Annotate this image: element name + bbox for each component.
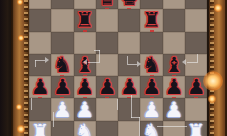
square-a5[interactable] <box>29 54 51 76</box>
square-e8[interactable]: ♚ <box>118 0 140 9</box>
square-a2[interactable]: ♜ <box>29 121 51 136</box>
square-e4[interactable]: ♟ <box>118 76 140 98</box>
square-f3[interactable]: ♟ <box>140 98 162 120</box>
square-h6[interactable] <box>185 32 207 54</box>
square-e2[interactable] <box>118 121 140 136</box>
square-e5[interactable] <box>118 54 140 76</box>
square-e3[interactable] <box>118 98 140 120</box>
square-d4[interactable]: ♟ <box>96 76 118 98</box>
white-pawn[interactable]: ♟ <box>142 99 161 121</box>
black-pawn[interactable]: ♟ <box>53 76 72 98</box>
black-king[interactable]: ♚ <box>120 0 139 9</box>
square-d5[interactable] <box>96 54 118 76</box>
black-pawn[interactable]: ♟ <box>31 76 50 98</box>
black-rook[interactable]: ♜ <box>142 9 161 31</box>
square-a7[interactable] <box>29 9 51 31</box>
square-f2[interactable]: ♞ <box>140 121 162 136</box>
white-pawn[interactable]: ♟ <box>53 99 72 121</box>
square-b8[interactable] <box>51 0 73 9</box>
black-pawn[interactable]: ♟ <box>120 76 139 98</box>
square-h4[interactable]: ♟ <box>185 76 207 98</box>
white-pawn[interactable]: ♟ <box>165 99 184 121</box>
square-b6[interactable] <box>51 32 73 54</box>
square-b4[interactable]: ♟ <box>51 76 73 98</box>
black-knight[interactable]: ♞ <box>53 54 72 76</box>
square-h3[interactable] <box>185 98 207 120</box>
black-knight[interactable]: ♞ <box>142 54 161 76</box>
square-a6[interactable] <box>29 32 51 54</box>
square-f7[interactable]: ♜ <box>140 9 162 31</box>
square-g3[interactable]: ♟ <box>163 98 185 120</box>
black-bishop[interactable]: ♝ <box>75 54 94 76</box>
black-rook[interactable]: ♜ <box>75 9 94 31</box>
square-g4[interactable]: ♟ <box>163 76 185 98</box>
white-rook[interactable]: ♜ <box>31 121 50 136</box>
background-edge <box>0 0 11 136</box>
square-f4[interactable]: ♟ <box>140 76 162 98</box>
square-f6[interactable] <box>140 32 162 54</box>
board-frame-left <box>11 0 29 136</box>
game-scene: ♛♚♜♜♞♝♞♝♟♟♟♟♟♟♟♟♟♟♟♟♜♞♞♜ <box>0 0 227 136</box>
square-g7[interactable] <box>163 9 185 31</box>
square-g8[interactable] <box>163 0 185 9</box>
square-g6[interactable] <box>163 32 185 54</box>
square-d7[interactable] <box>96 9 118 31</box>
white-knight[interactable]: ♞ <box>75 121 94 136</box>
square-c6[interactable] <box>74 32 96 54</box>
white-knight[interactable]: ♞ <box>142 121 161 136</box>
black-queen[interactable]: ♛ <box>98 0 117 9</box>
square-b3[interactable]: ♟ <box>51 98 73 120</box>
black-pawn[interactable]: ♟ <box>165 76 184 98</box>
game-board: ♛♚♜♜♞♝♞♝♟♟♟♟♟♟♟♟♟♟♟♟♜♞♞♜ <box>29 0 207 136</box>
square-c3[interactable]: ♟ <box>74 98 96 120</box>
square-c5[interactable]: ♝ <box>74 54 96 76</box>
black-pawn[interactable]: ♟ <box>75 76 94 98</box>
black-bishop[interactable]: ♝ <box>165 54 184 76</box>
square-a4[interactable]: ♟ <box>29 76 51 98</box>
square-d6[interactable] <box>96 32 118 54</box>
black-pawn[interactable]: ♟ <box>187 76 206 98</box>
white-rook[interactable]: ♜ <box>187 121 206 136</box>
white-pawn[interactable]: ♟ <box>75 99 94 121</box>
square-a8[interactable] <box>29 0 51 9</box>
square-a3[interactable] <box>29 98 51 120</box>
square-e6[interactable] <box>118 32 140 54</box>
square-f5[interactable]: ♞ <box>140 54 162 76</box>
black-pawn[interactable]: ♟ <box>142 76 161 98</box>
square-g5[interactable]: ♝ <box>163 54 185 76</box>
square-d3[interactable] <box>96 98 118 120</box>
square-h5[interactable] <box>185 54 207 76</box>
square-g2[interactable] <box>163 121 185 136</box>
square-h8[interactable] <box>185 0 207 9</box>
square-d8[interactable]: ♛ <box>96 0 118 9</box>
square-c4[interactable]: ♟ <box>74 76 96 98</box>
square-d2[interactable] <box>96 121 118 136</box>
square-c7[interactable]: ♜ <box>74 9 96 31</box>
square-e7[interactable] <box>118 9 140 31</box>
black-pawn[interactable]: ♟ <box>98 76 117 98</box>
square-h2[interactable]: ♜ <box>185 121 207 136</box>
board-frame-right <box>209 0 227 136</box>
square-b2[interactable] <box>51 121 73 136</box>
square-h7[interactable] <box>185 9 207 31</box>
square-b5[interactable]: ♞ <box>51 54 73 76</box>
square-c2[interactable]: ♞ <box>74 121 96 136</box>
square-b7[interactable] <box>51 9 73 31</box>
